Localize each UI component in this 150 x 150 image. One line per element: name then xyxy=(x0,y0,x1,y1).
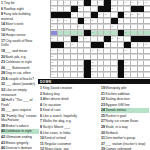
clue-number: 21 xyxy=(101,92,105,96)
across-clue[interactable]: 38Broker's advice xyxy=(1,124,39,128)
clue-number: 42 xyxy=(1,135,5,139)
cell-number: 57 xyxy=(125,67,127,69)
cell-number: 55 xyxy=(51,67,53,69)
cell-number: 54 xyxy=(125,61,127,63)
clue-number: 8 xyxy=(1,12,3,16)
cell-number: 13 xyxy=(145,1,147,3)
across-clue[interactable]: 43Moves gingerly xyxy=(1,141,39,145)
across-clue[interactable]: 23Celebrate in style xyxy=(1,60,39,64)
across-clue[interactable]: 17City south of New Delhi xyxy=(1,39,39,48)
grid-cell[interactable] xyxy=(71,72,78,78)
cell-number: 11 xyxy=(131,1,133,3)
down-clue[interactable]: 3After-dinner drink xyxy=(40,97,99,101)
across-clue[interactable]: 34Hoff's "The ___ of Pooh" xyxy=(1,98,39,107)
down-clue[interactable]: 25Rusher's goal xyxy=(101,114,149,118)
cell-number: 20 xyxy=(125,13,127,15)
across-clue[interactable]: 36"Family Guy" creator MacFarlane xyxy=(1,114,39,123)
cell-number: 43 xyxy=(131,43,133,45)
across-clue[interactable]: 28Dog or cat, often xyxy=(1,71,39,75)
cell-number: 45 xyxy=(145,43,147,45)
across-clue[interactable]: 8Fairy tale building material xyxy=(1,12,39,21)
cell-number: 29 xyxy=(51,25,53,27)
cell-number: 18 xyxy=(98,13,100,15)
down-clue[interactable]: 21Kitchen addition xyxy=(101,92,149,96)
down-clue[interactable]: 23Bygone GM line xyxy=(101,103,149,107)
clue-number: 2 xyxy=(40,92,42,96)
clue-number: 12 xyxy=(40,147,44,150)
grid-cell[interactable] xyxy=(131,72,138,78)
clue-number: 25 xyxy=(101,114,105,118)
across-clue[interactable]: 42Ultimatum ending xyxy=(1,135,39,139)
across-clue[interactable]: 20Bank job, e.g. xyxy=(1,55,39,59)
clue-number: 23 xyxy=(1,60,5,64)
clue-number: 5 xyxy=(40,108,42,112)
clue-number: 20 xyxy=(1,55,5,59)
clue-number: 27 xyxy=(101,119,105,123)
cell-number: 3 xyxy=(65,1,66,3)
clue-number: 31 xyxy=(101,136,105,140)
clue-number: 1 xyxy=(40,86,42,90)
down-clue[interactable]: 39Comes unhinged xyxy=(101,147,149,150)
clue-number: 24 xyxy=(101,108,105,112)
clue-number: 32 xyxy=(1,82,5,86)
cell-number: 16 xyxy=(111,7,113,9)
clue-number: 15 xyxy=(1,28,5,32)
down-header-label: DOWN xyxy=(38,80,51,84)
clue-number: 8 xyxy=(40,125,42,129)
grid-cell[interactable] xyxy=(78,72,85,78)
down-clue[interactable]: 9Like cows, in India xyxy=(40,131,99,135)
down-clue[interactable]: 10Kind of school xyxy=(40,136,99,140)
clue-number: 6 xyxy=(1,7,3,11)
cell-number: 36 xyxy=(78,37,80,39)
grid-cell[interactable]: 58 xyxy=(51,72,58,78)
across-clue-list: 1Tiny bit6Rooftop sight8Fairy tale build… xyxy=(1,1,39,149)
cell-number: 22 xyxy=(138,13,140,15)
cell-number: 44 xyxy=(138,43,140,45)
clue-number: 35 xyxy=(1,108,5,112)
cell-number: 21 xyxy=(131,13,133,15)
clue-number: 28 xyxy=(1,71,5,75)
clue-number: 28 xyxy=(101,125,105,129)
clue-number: 36 xyxy=(1,114,5,118)
cell-number: 19 xyxy=(105,13,107,15)
grid-cell[interactable] xyxy=(111,72,118,78)
across-clue[interactable]: 6Rooftop sight xyxy=(1,7,39,11)
down-clue[interactable]: 12Skips class, say xyxy=(40,147,99,150)
cell-number: 40 xyxy=(65,43,67,45)
down-clue[interactable]: 22Sailing direction xyxy=(101,97,149,101)
cell-number: 24 xyxy=(58,19,60,21)
clue-number: 38 xyxy=(1,124,5,128)
clue-number: 9 xyxy=(40,131,42,135)
cell-number: 53 xyxy=(91,61,93,63)
down-clue[interactable]: 19Monopoly pile xyxy=(101,86,149,90)
cell-number: 58 xyxy=(51,73,53,75)
down-clue[interactable]: 5Kind of cast xyxy=(40,108,99,112)
clue-number: 23 xyxy=(101,103,105,107)
clue-number: 39 xyxy=(101,147,105,150)
cell-number: 26 xyxy=(85,19,87,21)
cell-number: 15 xyxy=(78,7,80,9)
clue-number: 37 xyxy=(101,142,105,146)
clue-number: 11 xyxy=(40,142,44,146)
cell-number: 2 xyxy=(58,1,59,3)
down-clue[interactable]: 37___ station (trucker's stop) xyxy=(101,142,149,146)
down-clue[interactable]: 30Setback xyxy=(101,131,149,135)
clue-number: 14 xyxy=(1,22,5,26)
crossword-page: 1Tiny bit6Rooftop sight8Fairy tale build… xyxy=(0,0,150,150)
down-clue[interactable]: 8Sicily's Mount ___ xyxy=(40,125,99,129)
cell-number: 56 xyxy=(91,67,93,69)
cell-number: 50 xyxy=(125,49,127,51)
grid-cell[interactable] xyxy=(58,72,65,78)
across-clue-active[interactable]: 40Celebrate in style xyxy=(1,129,39,133)
cell-number: 38 xyxy=(111,37,113,39)
grid-cell[interactable] xyxy=(104,72,111,78)
clue-number: 17 xyxy=(1,39,5,43)
cell-number: 12 xyxy=(138,1,140,3)
cell-number: 42 xyxy=(105,43,107,45)
across-clue[interactable]: 18___ and mean xyxy=(1,49,39,53)
clue-number: 46 xyxy=(1,146,5,149)
clue-number: 16 xyxy=(1,33,5,37)
clue-number: 18 xyxy=(1,49,5,53)
down-clue[interactable]: 2Bakery buy xyxy=(40,92,99,96)
across-clue[interactable]: 46Director's domain xyxy=(1,146,39,149)
grid-cell[interactable]: 60 xyxy=(124,72,131,78)
across-clue[interactable]: 26___ Butterworth xyxy=(1,66,39,70)
grid-cell[interactable] xyxy=(98,72,105,78)
cell-number: 14 xyxy=(51,7,53,9)
down-clue[interactable]: 27Nutty ice cream flavor xyxy=(101,119,149,123)
clue-number: 29 xyxy=(1,77,5,81)
cell-number: 39 xyxy=(118,37,120,39)
cell-number: 9 xyxy=(118,1,119,3)
grid-cell[interactable]: 59 xyxy=(91,72,98,78)
grid-cell[interactable] xyxy=(144,72,150,78)
clue-number: 6 xyxy=(40,114,42,118)
across-clue[interactable]: 35___ your request xyxy=(1,108,39,112)
down-clue-list-2: 19Monopoly pile21Kitchen addition22Saili… xyxy=(101,86,149,150)
clue-number: 19 xyxy=(101,86,105,90)
across-clue[interactable]: 1Tiny bit xyxy=(1,1,39,5)
across-clue[interactable]: 33Like an empty restaurant xyxy=(1,88,39,97)
cell-number: 60 xyxy=(125,73,127,75)
cell-number: 34 xyxy=(125,31,127,33)
cell-number: 8 xyxy=(111,1,112,3)
clue-number: 1 xyxy=(1,1,3,5)
cell-number: 6 xyxy=(91,1,92,3)
clue-number: 4 xyxy=(40,103,42,107)
across-clue[interactable]: 16Hoops venue xyxy=(1,33,39,37)
cell-number: 27 xyxy=(91,19,93,21)
cell-number: 31 xyxy=(111,25,113,27)
clue-number: 34 xyxy=(1,98,5,102)
cell-number: 1 xyxy=(51,1,52,3)
cell-number: 46 xyxy=(51,49,53,51)
down-clue-list-1: 1King David creation2Bakery buy3After-di… xyxy=(40,86,99,150)
cell-number: 33 xyxy=(91,31,93,33)
cell-number: 32 xyxy=(51,31,53,33)
cell-number: 7 xyxy=(98,1,99,3)
clue-number: 26 xyxy=(1,66,5,70)
across-clue[interactable]: 32___ about (wander) xyxy=(1,82,39,86)
cell-number: 17 xyxy=(71,13,73,15)
grid-cell[interactable] xyxy=(138,72,145,78)
cell-number: 10 xyxy=(125,1,127,3)
cell-number: 25 xyxy=(65,19,67,21)
cell-number: 37 xyxy=(85,37,87,39)
crossword-grid[interactable]: 1234567891011121314151617181920212223242… xyxy=(50,0,150,78)
cell-number: 51 xyxy=(51,55,53,57)
cell-number: 52 xyxy=(51,61,53,63)
cell-number: 48 xyxy=(91,49,93,51)
cell-number: 35 xyxy=(51,37,53,39)
down-clue[interactable]: 4On vacation xyxy=(40,103,99,107)
cell-number: 41 xyxy=(71,43,73,45)
clue-number: 40 xyxy=(1,129,5,133)
down-clue[interactable]: 28Snub, in a way xyxy=(101,125,149,129)
cell-number: 5 xyxy=(78,1,79,3)
clue-number: 10 xyxy=(40,136,44,140)
black-cell xyxy=(84,72,91,78)
grid-cell[interactable] xyxy=(64,72,71,78)
clue-number: 3 xyxy=(40,97,42,101)
across-clue[interactable]: 29A couple of bucks? xyxy=(1,77,39,81)
down-clue[interactable]: 7Walks the dog, e.g. xyxy=(40,119,99,123)
clue-number: 7 xyxy=(40,119,42,123)
clue-number: 43 xyxy=(1,141,5,145)
down-clue[interactable]: 11Regular customer xyxy=(40,142,99,146)
down-clue-active[interactable]: 24Tarzan extras xyxy=(101,108,149,112)
black-cell xyxy=(118,72,125,78)
cell-number: 4 xyxy=(71,1,72,3)
down-section-header: DOWN xyxy=(38,79,150,84)
clue-number: 22 xyxy=(101,97,105,101)
cell-number: 49 xyxy=(98,49,100,51)
cell-number: 47 xyxy=(58,49,60,51)
down-clue[interactable]: 31Den mother's group xyxy=(101,136,149,140)
down-clue[interactable]: 6Like a watch, hopefully xyxy=(40,114,99,118)
across-clue[interactable]: 14Skier's wish xyxy=(1,22,39,26)
cell-number: 28 xyxy=(118,19,120,21)
across-clue[interactable]: 15Plenty xyxy=(1,28,39,32)
clue-number: 33 xyxy=(1,88,5,92)
cell-number: 23 xyxy=(51,19,53,21)
cell-number: 59 xyxy=(91,73,93,75)
down-clue[interactable]: 1King David creation xyxy=(40,86,99,90)
cell-number: 30 xyxy=(78,25,80,27)
clue-number: 30 xyxy=(101,131,105,135)
